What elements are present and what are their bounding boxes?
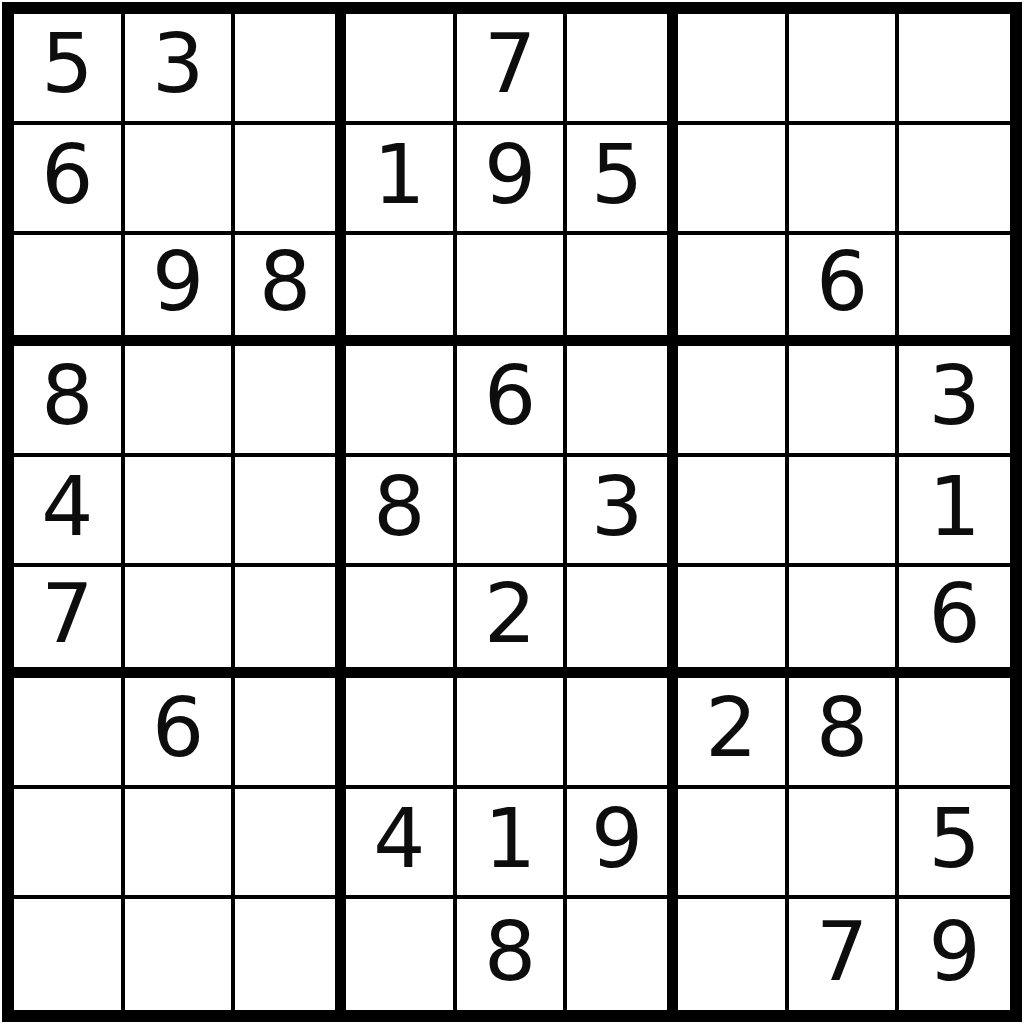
cell-r3c5[interactable] bbox=[457, 235, 568, 346]
given-digit: 8 bbox=[373, 466, 425, 548]
given-digit: 1 bbox=[373, 134, 425, 216]
cell-r9c9[interactable]: 9 bbox=[899, 899, 1010, 1010]
cell-r2c3[interactable] bbox=[235, 125, 346, 236]
cell-r2c7[interactable] bbox=[678, 125, 789, 236]
given-digit: 6 bbox=[484, 355, 536, 437]
sudoku-board: 537619598686348317266284195879 bbox=[2, 2, 1022, 1022]
cell-r3c3[interactable]: 8 bbox=[235, 235, 346, 346]
cell-r7c4[interactable] bbox=[346, 678, 457, 789]
cell-r8c5[interactable]: 1 bbox=[457, 789, 568, 900]
cell-r7c5[interactable] bbox=[457, 678, 568, 789]
cell-r3c7[interactable] bbox=[678, 235, 789, 346]
cell-r4c5[interactable]: 6 bbox=[457, 346, 568, 457]
given-digit: 9 bbox=[152, 241, 204, 323]
cell-r8c7[interactable] bbox=[678, 789, 789, 900]
cell-r5c9[interactable]: 1 bbox=[899, 457, 1010, 568]
cell-r2c9[interactable] bbox=[899, 125, 1010, 236]
cell-r1c5[interactable]: 7 bbox=[457, 14, 568, 125]
given-digit: 8 bbox=[484, 911, 536, 993]
cell-r9c5[interactable]: 8 bbox=[457, 899, 568, 1010]
cell-r9c6[interactable] bbox=[567, 899, 678, 1010]
given-digit: 3 bbox=[929, 355, 981, 437]
given-digit: 6 bbox=[152, 687, 204, 769]
cell-r7c2[interactable]: 6 bbox=[125, 678, 236, 789]
cell-r3c1[interactable] bbox=[14, 235, 125, 346]
cell-r7c1[interactable] bbox=[14, 678, 125, 789]
given-digit: 9 bbox=[929, 911, 981, 993]
cell-r4c8[interactable] bbox=[789, 346, 900, 457]
cell-r3c2[interactable]: 9 bbox=[125, 235, 236, 346]
cell-r4c3[interactable] bbox=[235, 346, 346, 457]
given-digit: 5 bbox=[591, 134, 643, 216]
cell-r6c5[interactable]: 2 bbox=[457, 567, 568, 678]
cell-r1c9[interactable] bbox=[899, 14, 1010, 125]
given-digit: 6 bbox=[41, 134, 93, 216]
cell-r1c8[interactable] bbox=[789, 14, 900, 125]
cell-r3c4[interactable] bbox=[346, 235, 457, 346]
cell-r2c8[interactable] bbox=[789, 125, 900, 236]
given-digit: 3 bbox=[152, 23, 204, 105]
cell-r9c2[interactable] bbox=[125, 899, 236, 1010]
cell-r4c1[interactable]: 8 bbox=[14, 346, 125, 457]
given-digit: 1 bbox=[929, 466, 981, 548]
cell-r3c9[interactable] bbox=[899, 235, 1010, 346]
cell-r5c5[interactable] bbox=[457, 457, 568, 568]
cell-r1c1[interactable]: 5 bbox=[14, 14, 125, 125]
cell-r9c1[interactable] bbox=[14, 899, 125, 1010]
given-digit: 1 bbox=[484, 798, 536, 880]
given-digit: 4 bbox=[41, 466, 93, 548]
cell-r2c6[interactable]: 5 bbox=[567, 125, 678, 236]
cell-r7c9[interactable] bbox=[899, 678, 1010, 789]
cell-r6c9[interactable]: 6 bbox=[899, 567, 1010, 678]
cell-r6c6[interactable] bbox=[567, 567, 678, 678]
cell-r8c6[interactable]: 9 bbox=[567, 789, 678, 900]
cell-r6c7[interactable] bbox=[678, 567, 789, 678]
cell-r9c3[interactable] bbox=[235, 899, 346, 1010]
given-digit: 2 bbox=[484, 573, 536, 655]
cell-r3c8[interactable]: 6 bbox=[789, 235, 900, 346]
cell-r3c6[interactable] bbox=[567, 235, 678, 346]
cell-r6c8[interactable] bbox=[789, 567, 900, 678]
cell-r5c3[interactable] bbox=[235, 457, 346, 568]
cell-r5c7[interactable] bbox=[678, 457, 789, 568]
cell-r5c2[interactable] bbox=[125, 457, 236, 568]
cell-r2c1[interactable]: 6 bbox=[14, 125, 125, 236]
given-digit: 6 bbox=[816, 241, 868, 323]
cell-r8c2[interactable] bbox=[125, 789, 236, 900]
cell-r9c7[interactable] bbox=[678, 899, 789, 1010]
cell-r8c8[interactable] bbox=[789, 789, 900, 900]
cell-r9c8[interactable]: 7 bbox=[789, 899, 900, 1010]
given-digit: 5 bbox=[929, 798, 981, 880]
given-digit: 8 bbox=[816, 687, 868, 769]
cell-r2c5[interactable]: 9 bbox=[457, 125, 568, 236]
cell-r4c4[interactable] bbox=[346, 346, 457, 457]
cell-r7c3[interactable] bbox=[235, 678, 346, 789]
given-digit: 6 bbox=[929, 573, 981, 655]
given-digit: 7 bbox=[816, 911, 868, 993]
given-digit: 9 bbox=[484, 134, 536, 216]
cell-r1c4[interactable] bbox=[346, 14, 457, 125]
cell-r2c2[interactable] bbox=[125, 125, 236, 236]
cell-r4c2[interactable] bbox=[125, 346, 236, 457]
cell-r6c4[interactable] bbox=[346, 567, 457, 678]
cell-r4c9[interactable]: 3 bbox=[899, 346, 1010, 457]
cell-r5c4[interactable]: 8 bbox=[346, 457, 457, 568]
cell-r7c8[interactable]: 8 bbox=[789, 678, 900, 789]
cell-r5c8[interactable] bbox=[789, 457, 900, 568]
given-digit: 3 bbox=[591, 466, 643, 548]
cell-r5c1[interactable]: 4 bbox=[14, 457, 125, 568]
cell-r4c6[interactable] bbox=[567, 346, 678, 457]
cell-r8c4[interactable]: 4 bbox=[346, 789, 457, 900]
cell-r7c7[interactable]: 2 bbox=[678, 678, 789, 789]
cell-r4c7[interactable] bbox=[678, 346, 789, 457]
cell-r9c4[interactable] bbox=[346, 899, 457, 1010]
cell-r7c6[interactable] bbox=[567, 678, 678, 789]
given-digit: 7 bbox=[484, 23, 536, 105]
given-digit: 7 bbox=[41, 573, 93, 655]
given-digit: 8 bbox=[259, 241, 311, 323]
given-digit: 9 bbox=[591, 798, 643, 880]
cell-r8c1[interactable] bbox=[14, 789, 125, 900]
cell-r2c4[interactable]: 1 bbox=[346, 125, 457, 236]
cell-r6c2[interactable] bbox=[125, 567, 236, 678]
cell-r1c2[interactable]: 3 bbox=[125, 14, 236, 125]
cell-r8c9[interactable]: 5 bbox=[899, 789, 1010, 900]
cell-r8c3[interactable] bbox=[235, 789, 346, 900]
cell-r5c6[interactable]: 3 bbox=[567, 457, 678, 568]
given-digit: 8 bbox=[41, 355, 93, 437]
cell-r6c1[interactable]: 7 bbox=[14, 567, 125, 678]
cell-r1c6[interactable] bbox=[567, 14, 678, 125]
given-digit: 4 bbox=[373, 798, 425, 880]
given-digit: 2 bbox=[705, 687, 757, 769]
cell-r6c3[interactable] bbox=[235, 567, 346, 678]
given-digit: 5 bbox=[41, 23, 93, 105]
cell-r1c7[interactable] bbox=[678, 14, 789, 125]
cell-r1c3[interactable] bbox=[235, 14, 346, 125]
